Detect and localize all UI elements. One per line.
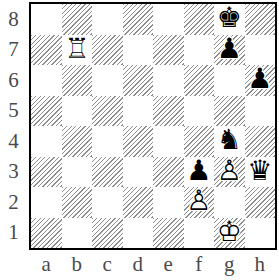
square-a2[interactable] [31, 187, 62, 218]
board: ♚♚♜♖♟♟♟♟♞♞♟♟♟♙♛♛♟♙♚♔ [29, 2, 277, 250]
rank-label-4: 4 [0, 126, 27, 157]
square-f6[interactable] [184, 65, 215, 96]
square-e7[interactable] [153, 35, 184, 66]
black-pawn[interactable]: ♟♟ [245, 65, 276, 96]
square-a8[interactable] [31, 4, 62, 35]
file-label-g: g [214, 250, 245, 278]
square-e2[interactable] [153, 187, 184, 218]
square-g3[interactable]: ♟♙ [214, 157, 245, 188]
file-label-c: c [92, 250, 123, 278]
square-b7[interactable]: ♜♖ [62, 35, 93, 66]
square-f5[interactable] [184, 96, 215, 127]
square-c5[interactable] [92, 96, 123, 127]
rank-labels: 87654321 [0, 4, 27, 248]
piece-glyph: ♙ [217, 157, 242, 185]
file-label-e: e [153, 250, 184, 278]
piece-glyph: ♟ [247, 66, 272, 94]
square-f4[interactable] [184, 126, 215, 157]
rank-label-6: 6 [0, 65, 27, 96]
square-g4[interactable]: ♞♞ [214, 126, 245, 157]
black-knight[interactable]: ♞♞ [214, 126, 245, 157]
black-pawn[interactable]: ♟♟ [214, 35, 245, 66]
square-h1[interactable] [245, 218, 276, 249]
square-a5[interactable] [31, 96, 62, 127]
square-g2[interactable] [214, 187, 245, 218]
square-f7[interactable] [184, 35, 215, 66]
square-h8[interactable] [245, 4, 276, 35]
square-a3[interactable] [31, 157, 62, 188]
square-b5[interactable] [62, 96, 93, 127]
piece-glyph: ♖ [64, 35, 89, 63]
piece-glyph: ♞ [217, 127, 242, 155]
square-h3[interactable]: ♛♛ [245, 157, 276, 188]
rank-label-8: 8 [0, 4, 27, 35]
square-g8[interactable]: ♚♚ [214, 4, 245, 35]
rank-label-5: 5 [0, 96, 27, 127]
file-label-f: f [184, 250, 215, 278]
square-f1[interactable] [184, 218, 215, 249]
white-pawn[interactable]: ♟♙ [214, 157, 245, 188]
square-f2[interactable]: ♟♙ [184, 187, 215, 218]
square-d2[interactable] [123, 187, 154, 218]
square-a4[interactable] [31, 126, 62, 157]
square-a6[interactable] [31, 65, 62, 96]
piece-glyph: ♔ [217, 218, 242, 246]
rank-label-7: 7 [0, 35, 27, 66]
square-b4[interactable] [62, 126, 93, 157]
square-c6[interactable] [92, 65, 123, 96]
square-d6[interactable] [123, 65, 154, 96]
file-label-b: b [62, 250, 93, 278]
square-d5[interactable] [123, 96, 154, 127]
white-king[interactable]: ♚♔ [214, 218, 245, 249]
chess-diagram: 87654321 ♚♚♜♖♟♟♟♟♞♞♟♟♟♙♛♛♟♙♚♔ abcdefgh [0, 0, 279, 280]
square-e3[interactable] [153, 157, 184, 188]
piece-glyph: ♛ [247, 157, 272, 185]
square-e4[interactable] [153, 126, 184, 157]
piece-glyph: ♟ [217, 35, 242, 63]
square-c8[interactable] [92, 4, 123, 35]
square-d8[interactable] [123, 4, 154, 35]
black-pawn[interactable]: ♟♟ [184, 157, 215, 188]
square-a7[interactable] [31, 35, 62, 66]
square-g7[interactable]: ♟♟ [214, 35, 245, 66]
square-c4[interactable] [92, 126, 123, 157]
square-b8[interactable] [62, 4, 93, 35]
square-h6[interactable]: ♟♟ [245, 65, 276, 96]
square-h2[interactable] [245, 187, 276, 218]
black-king[interactable]: ♚♚ [214, 4, 245, 35]
piece-glyph: ♙ [186, 188, 211, 216]
square-c7[interactable] [92, 35, 123, 66]
square-b6[interactable] [62, 65, 93, 96]
square-g6[interactable] [214, 65, 245, 96]
square-b2[interactable] [62, 187, 93, 218]
rank-label-1: 1 [0, 218, 27, 249]
square-d1[interactable] [123, 218, 154, 249]
square-b3[interactable] [62, 157, 93, 188]
square-h7[interactable] [245, 35, 276, 66]
square-c2[interactable] [92, 187, 123, 218]
file-label-h: h [245, 250, 276, 278]
file-label-a: a [31, 250, 62, 278]
white-pawn[interactable]: ♟♙ [184, 187, 215, 218]
white-rook[interactable]: ♜♖ [62, 35, 93, 66]
square-g5[interactable] [214, 96, 245, 127]
square-h5[interactable] [245, 96, 276, 127]
square-f3[interactable]: ♟♟ [184, 157, 215, 188]
file-labels: abcdefgh [31, 250, 275, 278]
file-label-d: d [123, 250, 154, 278]
square-e6[interactable] [153, 65, 184, 96]
square-e1[interactable] [153, 218, 184, 249]
square-f8[interactable] [184, 4, 215, 35]
square-d4[interactable] [123, 126, 154, 157]
rank-label-3: 3 [0, 157, 27, 188]
square-b1[interactable] [62, 218, 93, 249]
square-d7[interactable] [123, 35, 154, 66]
square-a1[interactable] [31, 218, 62, 249]
square-d3[interactable] [123, 157, 154, 188]
square-c3[interactable] [92, 157, 123, 188]
piece-glyph: ♚ [217, 5, 242, 33]
square-e8[interactable] [153, 4, 184, 35]
square-e5[interactable] [153, 96, 184, 127]
square-h4[interactable] [245, 126, 276, 157]
square-c1[interactable] [92, 218, 123, 249]
black-queen[interactable]: ♛♛ [245, 157, 276, 188]
piece-glyph: ♟ [186, 157, 211, 185]
square-g1[interactable]: ♚♔ [214, 218, 245, 249]
rank-label-2: 2 [0, 187, 27, 218]
